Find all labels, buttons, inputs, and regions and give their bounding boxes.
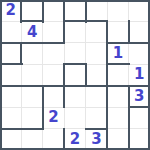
region-border-segment: [128, 85, 130, 108]
cell-r2c1[interactable]: [21, 43, 42, 64]
region-border-segment: [85, 0, 108, 2]
cell-r6c0[interactable]: [0, 129, 21, 150]
region-border-segment: [42, 106, 44, 129]
region-border-segment: [128, 85, 150, 87]
region-border-segment: [20, 20, 43, 22]
cell-r4c5[interactable]: [107, 86, 128, 107]
region-border-segment: [148, 63, 150, 86]
cell-r1c6[interactable]: [129, 21, 150, 42]
region-border-segment: [106, 106, 108, 129]
cell-r5c5[interactable]: [107, 107, 128, 128]
region-border-segment: [85, 128, 108, 130]
region-border-segment: [0, 128, 2, 150]
cell-r5c1[interactable]: [21, 107, 42, 128]
cell-r1c3[interactable]: [64, 21, 85, 42]
region-border-segment: [85, 148, 108, 150]
region-border-segment: [63, 0, 86, 2]
cell-r6c5[interactable]: [107, 129, 128, 150]
cell-r1c5[interactable]: [107, 21, 128, 42]
region-border-segment: [0, 106, 2, 129]
region-border-segment: [148, 128, 150, 150]
cell-r0c4[interactable]: [86, 0, 107, 21]
cell-r0c5[interactable]: [107, 0, 128, 21]
cell-r2c5[interactable]: 1: [107, 43, 128, 64]
region-border-segment: [85, 63, 87, 86]
region-border-segment: [63, 20, 86, 22]
cell-r5c2[interactable]: 2: [43, 107, 64, 128]
region-border-segment: [148, 20, 150, 43]
cell-r3c1[interactable]: [21, 64, 42, 85]
cell-r3c5[interactable]: [107, 64, 128, 85]
cell-r2c2[interactable]: [43, 43, 64, 64]
cell-r1c1[interactable]: 4: [21, 21, 42, 42]
region-border-segment: [0, 85, 2, 108]
cell-r1c0[interactable]: [0, 21, 21, 42]
region-border-segment: [42, 148, 65, 150]
region-border-segment: [63, 20, 65, 43]
region-border-segment: [106, 148, 129, 150]
region-border-segment: [20, 128, 43, 130]
region-border-segment: [106, 128, 108, 150]
region-border-segment: [106, 20, 108, 43]
cell-r6c1[interactable]: [21, 129, 42, 150]
region-border-segment: [106, 63, 129, 65]
region-border-segment: [42, 85, 44, 108]
region-border-segment: [85, 85, 108, 87]
cell-r3c0[interactable]: [0, 64, 21, 85]
region-border-segment: [148, 106, 150, 129]
digit: 2: [70, 132, 80, 147]
region-border-segment: [128, 106, 150, 108]
digit: 1: [113, 46, 123, 61]
region-border-segment: [42, 0, 65, 2]
cell-r6c4[interactable]: 3: [86, 129, 107, 150]
region-border-segment: [106, 63, 108, 86]
digit: 4: [27, 25, 37, 40]
region-border-segment: [128, 20, 130, 43]
region-border-segment: [0, 42, 2, 65]
region-border-segment: [85, 0, 87, 23]
cell-r0c6[interactable]: [129, 0, 150, 21]
cell-r2c4[interactable]: [86, 43, 107, 64]
region-border-segment: [106, 42, 108, 65]
digit: 2: [48, 110, 58, 125]
region-border-segment: [20, 0, 43, 2]
cell-r5c4[interactable]: [86, 107, 107, 128]
region-border-segment: [0, 20, 2, 43]
cell-r4c0[interactable]: [0, 86, 21, 107]
region-border-segment: [63, 85, 65, 108]
region-border-segment: [128, 128, 130, 150]
region-border-segment: [106, 85, 108, 108]
region-border-segment: [128, 148, 150, 150]
region-border-segment: [106, 42, 129, 44]
cell-r0c1[interactable]: [21, 0, 42, 21]
cell-r1c4[interactable]: [86, 21, 107, 42]
region-border-segment: [42, 0, 44, 23]
cell-r2c3[interactable]: [64, 43, 85, 64]
region-border-segment: [63, 63, 86, 65]
region-border-segment: [63, 63, 65, 86]
digit: 3: [134, 89, 144, 104]
region-border-segment: [128, 0, 150, 2]
cell-r0c2[interactable]: [43, 0, 64, 21]
region-border-segment: [63, 85, 86, 87]
region-border-segment: [20, 148, 43, 150]
cell-r6c2[interactable]: [43, 129, 64, 150]
cell-r0c3[interactable]: [64, 0, 85, 21]
region-border-segment: [148, 42, 150, 65]
region-border-segment: [63, 148, 86, 150]
region-border-segment: [106, 0, 129, 2]
cell-r4c3[interactable]: [64, 86, 85, 107]
cell-r5c6[interactable]: [129, 107, 150, 128]
cell-r3c4[interactable]: [86, 64, 107, 85]
region-border-segment: [106, 85, 129, 87]
cell-r3c6[interactable]: 1: [129, 64, 150, 85]
region-border-segment: [128, 106, 130, 129]
cell-r4c1[interactable]: [21, 86, 42, 107]
cell-r6c3[interactable]: 2: [64, 129, 85, 150]
cell-r3c3[interactable]: [64, 64, 85, 85]
region-border-segment: [42, 42, 65, 44]
puzzle-board: 24113223: [0, 0, 150, 150]
cell-r4c6[interactable]: 3: [129, 86, 150, 107]
cell-r5c0[interactable]: [0, 107, 21, 128]
region-border-segment: [128, 42, 150, 44]
cell-r2c6[interactable]: [129, 43, 150, 64]
cell-r1c2[interactable]: [43, 21, 64, 42]
region-border-segment: [85, 20, 108, 22]
region-border-segment: [0, 63, 2, 86]
cell-r6c6[interactable]: [129, 129, 150, 150]
region-border-segment: [20, 42, 43, 44]
region-border-segment: [20, 42, 22, 65]
region-border-segment: [20, 85, 43, 87]
region-border-segment: [42, 85, 65, 87]
cell-r2c0[interactable]: [0, 43, 21, 64]
cell-r4c4[interactable]: [86, 86, 107, 107]
digit: 3: [91, 132, 101, 147]
cell-r0c0[interactable]: 2: [0, 0, 21, 21]
cell-r5c3[interactable]: [64, 107, 85, 128]
digit: 1: [134, 67, 144, 82]
digit: 2: [5, 3, 15, 18]
region-border-segment: [148, 85, 150, 108]
cell-r3c2[interactable]: [43, 64, 64, 85]
region-border-segment: [63, 128, 65, 150]
region-border-segment: [20, 0, 22, 23]
cell-r4c2[interactable]: [43, 86, 64, 107]
